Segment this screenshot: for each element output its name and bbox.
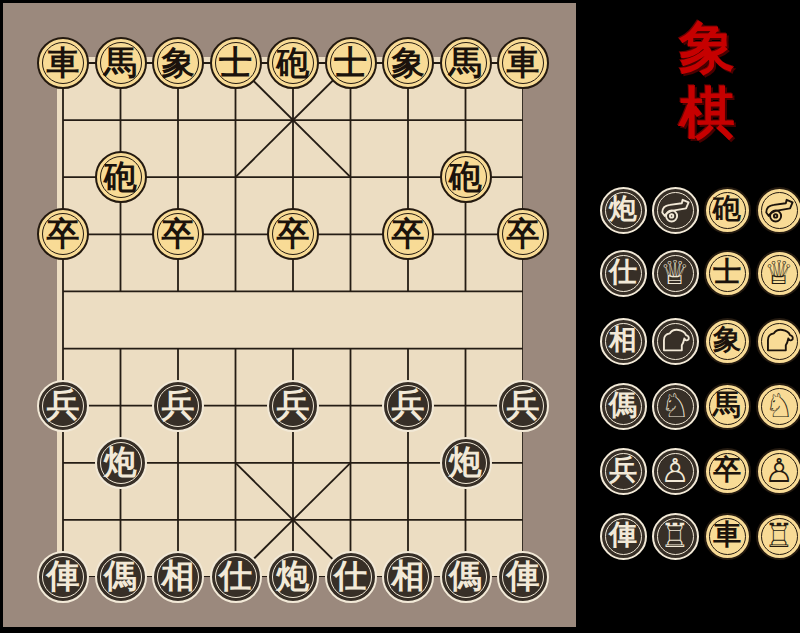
legend-character: 俥 (609, 521, 637, 549)
knight-glyph: ♘ (660, 389, 690, 422)
piece-character: 炮 (449, 445, 482, 478)
pawn-glyph: ♙ (764, 454, 794, 487)
board-piece-dark[interactable]: 兵 (37, 380, 89, 432)
legend-light-char-disc: 馬 (704, 383, 751, 430)
piece-character: 車 (507, 46, 540, 79)
piece-character: 俥 (507, 559, 540, 592)
rook-glyph: ♖ (660, 519, 690, 552)
board-piece-dark[interactable]: 傌 (440, 551, 492, 603)
piece-character: 相 (392, 559, 425, 592)
board-piece-light[interactable]: 馬 (95, 37, 147, 89)
piece-character: 俥 (47, 559, 80, 592)
legend-character: 馬 (713, 391, 741, 419)
board-piece-light[interactable]: 車 (497, 37, 549, 89)
legend-light-char-disc: 砲 (704, 187, 751, 234)
board-piece-light[interactable]: 象 (152, 37, 204, 89)
legend-elephant-icon-light (756, 318, 800, 365)
legend-knight-icon-light: ♘ (756, 383, 800, 430)
legend-rook-icon-light: ♖ (756, 513, 800, 560)
board-piece-dark[interactable]: 炮 (440, 437, 492, 489)
legend-dark-char-disc: 炮 (600, 187, 647, 234)
board-piece-light[interactable]: 卒 (497, 208, 549, 260)
board-piece-dark[interactable]: 兵 (382, 380, 434, 432)
board-piece-light[interactable]: 車 (37, 37, 89, 89)
legend-pawn-icon-light: ♙ (756, 448, 800, 495)
board-grid (57, 57, 523, 577)
legend-dark-char-disc: 兵 (600, 448, 647, 495)
piece-character: 炮 (104, 445, 137, 478)
board-piece-light[interactable]: 砲 (95, 151, 147, 203)
legend-character: 兵 (609, 456, 637, 484)
legend-character: 傌 (609, 391, 637, 419)
legend-dark-char-disc: 俥 (600, 513, 647, 560)
board-piece-dark[interactable]: 炮 (95, 437, 147, 489)
board-piece-dark[interactable]: 炮 (267, 551, 319, 603)
legend-advisor-icon-dark: ♕ (652, 250, 699, 297)
board-piece-dark[interactable]: 兵 (152, 380, 204, 432)
piece-character: 車 (47, 46, 80, 79)
title-char-xiang: 象 (679, 18, 735, 77)
piece-character: 士 (334, 46, 367, 79)
board-piece-dark[interactable]: 傌 (95, 551, 147, 603)
legend-elephant-icon-dark (652, 318, 699, 365)
knight-glyph: ♘ (764, 389, 794, 422)
piece-character: 卒 (47, 217, 80, 250)
legend-cannon-icon-light (756, 187, 800, 234)
board-piece-dark[interactable]: 仕 (210, 551, 262, 603)
piece-character: 相 (162, 559, 195, 592)
board-piece-light[interactable]: 卒 (152, 208, 204, 260)
piece-character: 傌 (104, 559, 137, 592)
piece-character: 卒 (162, 217, 195, 250)
legend-character: 象 (713, 326, 741, 354)
legend-cannon-icon-dark (652, 187, 699, 234)
piece-character: 士 (219, 46, 252, 79)
board-frame: 車馬象士砲士象馬車砲砲卒卒卒卒卒兵兵兵兵兵炮炮俥傌相仕炮仕相傌俥 (3, 3, 576, 627)
legend-character: 相 (609, 326, 637, 354)
legend-knight-icon-dark: ♘ (652, 383, 699, 430)
piece-character: 仕 (219, 559, 252, 592)
board-piece-dark[interactable]: 仕 (325, 551, 377, 603)
piece-character: 象 (392, 46, 425, 79)
legend-dark-char-disc: 相 (600, 318, 647, 365)
legend-character: 炮 (609, 195, 637, 223)
board-piece-dark[interactable]: 相 (382, 551, 434, 603)
piece-character: 卒 (392, 217, 425, 250)
board-piece-light[interactable]: 卒 (382, 208, 434, 260)
piece-character: 馬 (449, 46, 482, 79)
board-piece-light[interactable]: 卒 (267, 208, 319, 260)
board-piece-light[interactable]: 士 (210, 37, 262, 89)
screenshot-root: 車馬象士砲士象馬車砲砲卒卒卒卒卒兵兵兵兵兵炮炮俥傌相仕炮仕相傌俥 象 棋 炮砲仕… (0, 0, 800, 633)
title-char-qi: 棋 (679, 83, 735, 142)
legend-rook-icon-dark: ♖ (652, 513, 699, 560)
legend-character: 仕 (609, 258, 637, 286)
legend-character: 士 (713, 258, 741, 286)
legend-character: 砲 (713, 195, 741, 223)
board-piece-light[interactable]: 士 (325, 37, 377, 89)
legend-pawn-icon-dark: ♙ (652, 448, 699, 495)
piece-character: 兵 (277, 388, 310, 421)
piece-character: 兵 (392, 388, 425, 421)
game-title: 象 棋 (652, 18, 762, 142)
board-piece-dark[interactable]: 兵 (267, 380, 319, 432)
legend-light-char-disc: 士 (704, 250, 751, 297)
piece-character: 砲 (104, 160, 137, 193)
legend-character: 卒 (713, 456, 741, 484)
piece-character: 炮 (277, 559, 310, 592)
legend-dark-char-disc: 仕 (600, 250, 647, 297)
legend-character: 車 (713, 521, 741, 549)
piece-character: 砲 (277, 46, 310, 79)
piece-character: 仕 (334, 559, 367, 592)
board-piece-light[interactable]: 馬 (440, 37, 492, 89)
board-piece-dark[interactable]: 相 (152, 551, 204, 603)
legend-light-char-disc: 象 (704, 318, 751, 365)
board-field (57, 57, 523, 577)
rook-glyph: ♖ (764, 519, 794, 552)
piece-character: 卒 (507, 217, 540, 250)
board-piece-light[interactable]: 砲 (440, 151, 492, 203)
piece-character: 象 (162, 46, 195, 79)
piece-character: 馬 (104, 46, 137, 79)
board-piece-dark[interactable]: 俥 (37, 551, 89, 603)
piece-character: 兵 (507, 388, 540, 421)
piece-character: 傌 (449, 559, 482, 592)
board-piece-light[interactable]: 象 (382, 37, 434, 89)
legend-light-char-disc: 車 (704, 513, 751, 560)
piece-character: 兵 (162, 388, 195, 421)
board-piece-light[interactable]: 卒 (37, 208, 89, 260)
legend-advisor-icon-light: ♕ (756, 250, 800, 297)
legend-light-char-disc: 卒 (704, 448, 751, 495)
board-piece-dark[interactable]: 俥 (497, 551, 549, 603)
board-piece-light[interactable]: 砲 (267, 37, 319, 89)
piece-character: 砲 (449, 160, 482, 193)
piece-character: 卒 (277, 217, 310, 250)
legend-dark-char-disc: 傌 (600, 383, 647, 430)
board-piece-dark[interactable]: 兵 (497, 380, 549, 432)
advisor-glyph: ♕ (660, 256, 690, 289)
pawn-glyph: ♙ (660, 454, 690, 487)
advisor-glyph: ♕ (764, 256, 794, 289)
piece-character: 兵 (47, 388, 80, 421)
